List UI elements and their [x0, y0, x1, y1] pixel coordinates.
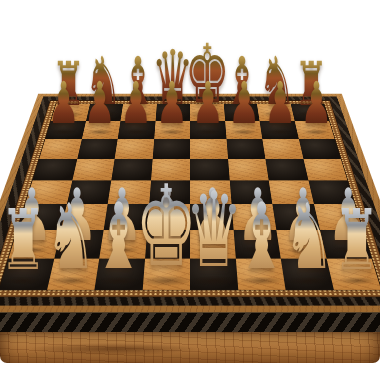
square-a6: [39, 139, 81, 159]
piece-black-pawn: ♟: [120, 76, 152, 134]
piece-black-pawn: ♟: [156, 76, 188, 134]
square-c6: [115, 139, 154, 159]
piece-white-rook: ♜: [333, 198, 380, 282]
square-f6: [226, 139, 265, 159]
chess-set-photo: ♜♞♝♛♚♝♞♜♟♟♟♟♟♟♟♟♟♟♟♟♟♟♟♟♜♞♝♚♛♝♞♜: [0, 0, 380, 380]
piece-white-rook: ♜: [0, 198, 47, 282]
piece-white-knight: ♞: [45, 191, 96, 282]
piece-white-queen: ♛: [185, 178, 243, 282]
square-e6: [190, 139, 228, 159]
piece-black-pawn: ♟: [264, 76, 296, 134]
piece-black-pawn: ♟: [48, 76, 80, 134]
square-g6: [262, 139, 303, 159]
carved-front-trim: [0, 312, 380, 333]
map-leather-box-side: [0, 332, 380, 363]
piece-white-bishop: ♝: [236, 191, 287, 282]
square-h6: [299, 139, 341, 159]
piece-black-pawn: ♟: [228, 76, 260, 134]
piece-black-pawn: ♟: [300, 76, 332, 134]
piece-black-pawn: ♟: [84, 76, 116, 134]
square-d6: [152, 139, 190, 159]
piece-white-knight: ♞: [284, 191, 335, 282]
piece-black-pawn: ♟: [192, 76, 224, 134]
square-b6: [77, 139, 118, 159]
